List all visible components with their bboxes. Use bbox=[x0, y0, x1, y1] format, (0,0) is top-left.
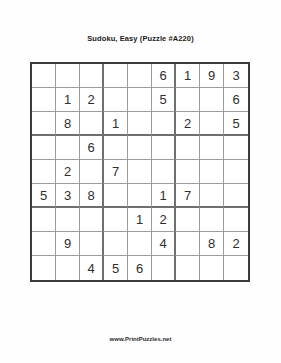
cell-r2c7[interactable] bbox=[176, 88, 200, 112]
cell-r5c3[interactable] bbox=[80, 160, 104, 184]
cell-r5c6[interactable] bbox=[152, 160, 176, 184]
cell-r2c6: 5 bbox=[152, 88, 176, 112]
cell-r1c1[interactable] bbox=[32, 64, 56, 88]
cell-r2c2: 1 bbox=[56, 88, 80, 112]
cell-r5c8[interactable] bbox=[200, 160, 224, 184]
cell-r9c2[interactable] bbox=[56, 256, 80, 280]
cell-r9c3: 4 bbox=[80, 256, 104, 280]
cell-r8c7[interactable] bbox=[176, 232, 200, 256]
cell-r9c1[interactable] bbox=[32, 256, 56, 280]
cell-r5c1[interactable] bbox=[32, 160, 56, 184]
cell-r4c6[interactable] bbox=[152, 136, 176, 160]
cell-r1c9: 3 bbox=[224, 64, 248, 88]
cell-r4c7[interactable] bbox=[176, 136, 200, 160]
cell-r6c6: 1 bbox=[152, 184, 176, 208]
cell-r3c7: 2 bbox=[176, 112, 200, 136]
cell-r3c2: 8 bbox=[56, 112, 80, 136]
cell-r6c3: 8 bbox=[80, 184, 104, 208]
cell-r1c3[interactable] bbox=[80, 64, 104, 88]
cell-r1c8: 9 bbox=[200, 64, 224, 88]
cell-r9c8[interactable] bbox=[200, 256, 224, 280]
cell-r7c7[interactable] bbox=[176, 208, 200, 232]
cell-r7c3[interactable] bbox=[80, 208, 104, 232]
cell-r7c9[interactable] bbox=[224, 208, 248, 232]
cell-r8c9: 2 bbox=[224, 232, 248, 256]
cell-r4c2[interactable] bbox=[56, 136, 80, 160]
cell-r1c5[interactable] bbox=[128, 64, 152, 88]
cell-r9c4: 5 bbox=[104, 256, 128, 280]
cell-r7c1[interactable] bbox=[32, 208, 56, 232]
cell-r6c1: 5 bbox=[32, 184, 56, 208]
cell-r6c8[interactable] bbox=[200, 184, 224, 208]
sudoku-grid: 61931256812562753817129482456 bbox=[32, 64, 248, 280]
cell-r9c7[interactable] bbox=[176, 256, 200, 280]
cell-r4c5[interactable] bbox=[128, 136, 152, 160]
cell-r4c9[interactable] bbox=[224, 136, 248, 160]
cell-r4c3: 6 bbox=[80, 136, 104, 160]
sudoku-board: 61931256812562753817129482456 bbox=[30, 62, 250, 282]
cell-r8c5[interactable] bbox=[128, 232, 152, 256]
cell-r8c3[interactable] bbox=[80, 232, 104, 256]
cell-r4c8[interactable] bbox=[200, 136, 224, 160]
page-title: Sudoku, Easy (Puzzle #A220) bbox=[0, 34, 281, 43]
cell-r7c6: 2 bbox=[152, 208, 176, 232]
cell-r9c5: 6 bbox=[128, 256, 152, 280]
cell-r2c9: 6 bbox=[224, 88, 248, 112]
cell-r9c6[interactable] bbox=[152, 256, 176, 280]
cell-r4c1[interactable] bbox=[32, 136, 56, 160]
cell-r8c1[interactable] bbox=[32, 232, 56, 256]
cell-r3c5[interactable] bbox=[128, 112, 152, 136]
cell-r2c1[interactable] bbox=[32, 88, 56, 112]
cell-r3c9: 5 bbox=[224, 112, 248, 136]
cell-r7c5: 1 bbox=[128, 208, 152, 232]
cell-r6c9[interactable] bbox=[224, 184, 248, 208]
cell-r5c5[interactable] bbox=[128, 160, 152, 184]
cell-r8c6: 4 bbox=[152, 232, 176, 256]
cell-r4c4[interactable] bbox=[104, 136, 128, 160]
cell-r5c4: 7 bbox=[104, 160, 128, 184]
cell-r6c4[interactable] bbox=[104, 184, 128, 208]
cell-r1c7: 1 bbox=[176, 64, 200, 88]
cell-r2c5[interactable] bbox=[128, 88, 152, 112]
cell-r8c4[interactable] bbox=[104, 232, 128, 256]
cell-r9c9[interactable] bbox=[224, 256, 248, 280]
cell-r5c7[interactable] bbox=[176, 160, 200, 184]
cell-r3c4: 1 bbox=[104, 112, 128, 136]
cell-r1c6: 6 bbox=[152, 64, 176, 88]
cell-r5c9[interactable] bbox=[224, 160, 248, 184]
cell-r6c7: 7 bbox=[176, 184, 200, 208]
cell-r7c8[interactable] bbox=[200, 208, 224, 232]
cell-r6c2: 3 bbox=[56, 184, 80, 208]
cell-r3c1[interactable] bbox=[32, 112, 56, 136]
cell-r7c4[interactable] bbox=[104, 208, 128, 232]
cell-r1c4[interactable] bbox=[104, 64, 128, 88]
cell-r8c8: 8 bbox=[200, 232, 224, 256]
cell-r2c8[interactable] bbox=[200, 88, 224, 112]
cell-r7c2[interactable] bbox=[56, 208, 80, 232]
cell-r1c2[interactable] bbox=[56, 64, 80, 88]
cell-r5c2: 2 bbox=[56, 160, 80, 184]
cell-r3c6[interactable] bbox=[152, 112, 176, 136]
cell-r8c2: 9 bbox=[56, 232, 80, 256]
cell-r3c3[interactable] bbox=[80, 112, 104, 136]
cell-r2c4[interactable] bbox=[104, 88, 128, 112]
cell-r2c3: 2 bbox=[80, 88, 104, 112]
footer-site-label: www.PrintPuzzles.net bbox=[0, 336, 281, 342]
cell-r6c5[interactable] bbox=[128, 184, 152, 208]
cell-r3c8[interactable] bbox=[200, 112, 224, 136]
